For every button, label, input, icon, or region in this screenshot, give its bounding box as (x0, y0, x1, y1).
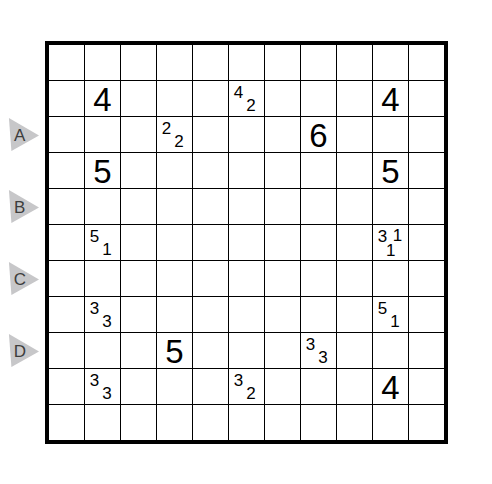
cell-r5c9[interactable] (337, 189, 372, 224)
cell-r6c5[interactable] (193, 225, 228, 260)
cell-r6c3[interactable] (121, 225, 156, 260)
cell-r5c1[interactable] (49, 189, 84, 224)
cell-r11c11[interactable] (409, 405, 444, 440)
cell-r7c7[interactable] (265, 261, 300, 296)
clue-value: 2 (246, 384, 255, 401)
row-marker-d: D (8, 334, 39, 367)
cell-r9c6[interactable] (229, 333, 264, 368)
cell-r2c3[interactable] (121, 81, 156, 116)
clue-value: 4 (381, 81, 399, 116)
clue-value: 1 (390, 312, 399, 329)
cell-r6c11[interactable] (409, 225, 444, 260)
cell-r2c1[interactable] (49, 81, 84, 116)
cell-r6c6[interactable] (229, 225, 264, 260)
cell-r1c8[interactable] (301, 45, 336, 80)
cell-r6c10[interactable]: 311 (373, 225, 408, 260)
cell-r9c10[interactable] (373, 333, 408, 368)
clue-value: 3 (102, 384, 111, 401)
cell-r11c2[interactable] (85, 405, 120, 440)
cell-r4c3[interactable] (121, 153, 156, 188)
cell-r2c5[interactable] (193, 81, 228, 116)
clue-value: 3 (90, 299, 99, 316)
clue-value: 3 (306, 335, 315, 352)
cell-r1c9[interactable] (337, 45, 372, 80)
cell-r4c7[interactable] (265, 153, 300, 188)
cell-r2c11[interactable] (409, 81, 444, 116)
cell-r7c10[interactable] (373, 261, 408, 296)
cell-r5c11[interactable] (409, 189, 444, 224)
cell-r4c10[interactable]: 5 (373, 153, 408, 188)
clue-value: 5 (378, 299, 387, 316)
cell-r3c8[interactable]: 6 (301, 117, 336, 152)
clue-value: 5 (90, 227, 99, 244)
clue-value: 4 (234, 83, 243, 100)
cell-r11c10[interactable] (373, 405, 408, 440)
cell-r4c4[interactable] (157, 153, 192, 188)
cell-r11c5[interactable] (193, 405, 228, 440)
cell-r2c2[interactable]: 4 (85, 81, 120, 116)
cell-r8c4[interactable] (157, 297, 192, 332)
cell-r5c6[interactable] (229, 189, 264, 224)
cell-r5c3[interactable] (121, 189, 156, 224)
cell-r6c9[interactable] (337, 225, 372, 260)
cell-r8c5[interactable] (193, 297, 228, 332)
cell-r1c2[interactable] (85, 45, 120, 80)
cell-r1c5[interactable] (193, 45, 228, 80)
clue-value: 2 (246, 96, 255, 113)
clue-value: 3 (318, 348, 327, 365)
cell-r9c1[interactable] (49, 333, 84, 368)
cell-r1c10[interactable] (373, 45, 408, 80)
cell-r11c1[interactable] (49, 405, 84, 440)
cell-r9c9[interactable] (337, 333, 372, 368)
cell-r8c9[interactable] (337, 297, 372, 332)
cell-r4c11[interactable] (409, 153, 444, 188)
clue-value: 4 (93, 81, 111, 116)
cell-r8c8[interactable] (301, 297, 336, 332)
cell-r9c4[interactable]: 5 (157, 333, 192, 368)
cell-r3c2[interactable] (85, 117, 120, 152)
board-grid: 44242265551311335153333324 (45, 41, 448, 444)
cell-r9c7[interactable] (265, 333, 300, 368)
cell-r10c2[interactable]: 33 (85, 369, 120, 404)
clue-value: 4 (381, 369, 399, 404)
cell-r8c7[interactable] (265, 297, 300, 332)
cell-r3c9[interactable] (337, 117, 372, 152)
cell-r5c2[interactable] (85, 189, 120, 224)
clue-value: 3 (234, 371, 243, 388)
cell-r8c1[interactable] (49, 297, 84, 332)
cell-r7c5[interactable] (193, 261, 228, 296)
cell-r3c10[interactable] (373, 117, 408, 152)
cell-r4c8[interactable] (301, 153, 336, 188)
cell-r7c4[interactable] (157, 261, 192, 296)
clue-value: 5 (93, 153, 111, 188)
clue-value: 5 (165, 333, 183, 368)
cell-r6c1[interactable] (49, 225, 84, 260)
row-marker-label: B (14, 198, 25, 215)
cell-r7c11[interactable] (409, 261, 444, 296)
cell-r4c1[interactable] (49, 153, 84, 188)
cell-r6c8[interactable] (301, 225, 336, 260)
clue-value: 2 (162, 119, 171, 136)
cell-r3c5[interactable] (193, 117, 228, 152)
cell-r11c4[interactable] (157, 405, 192, 440)
cell-r5c10[interactable] (373, 189, 408, 224)
cell-r2c9[interactable] (337, 81, 372, 116)
cell-r6c2[interactable]: 51 (85, 225, 120, 260)
cell-r11c7[interactable] (265, 405, 300, 440)
cell-r3c6[interactable] (229, 117, 264, 152)
cell-r8c3[interactable] (121, 297, 156, 332)
cell-r10c6[interactable]: 32 (229, 369, 264, 404)
cell-r3c4[interactable]: 22 (157, 117, 192, 152)
cell-r1c3[interactable] (121, 45, 156, 80)
cell-r8c11[interactable] (409, 297, 444, 332)
cell-r10c1[interactable] (49, 369, 84, 404)
cell-r10c11[interactable] (409, 369, 444, 404)
cell-r1c4[interactable] (157, 45, 192, 80)
cell-r7c9[interactable] (337, 261, 372, 296)
cell-r10c9[interactable] (337, 369, 372, 404)
cell-r1c7[interactable] (265, 45, 300, 80)
cell-r8c2[interactable]: 33 (85, 297, 120, 332)
cell-r10c10[interactable]: 4 (373, 369, 408, 404)
clue-value: 3 (90, 371, 99, 388)
cell-r3c1[interactable] (49, 117, 84, 152)
cell-r9c5[interactable] (193, 333, 228, 368)
cell-r11c6[interactable] (229, 405, 264, 440)
row-marker-b: B (8, 190, 39, 223)
cell-r10c4[interactable] (157, 369, 192, 404)
cell-r5c8[interactable] (301, 189, 336, 224)
cell-r6c4[interactable] (157, 225, 192, 260)
tapa-puzzle: ABCD 44242265551311335153333324 (0, 0, 492, 484)
cell-r2c8[interactable] (301, 81, 336, 116)
row-marker-a: A (8, 118, 39, 151)
cell-r2c6[interactable]: 42 (229, 81, 264, 116)
cell-r3c3[interactable] (121, 117, 156, 152)
cell-r1c1[interactable] (49, 45, 84, 80)
clue-value: 1 (102, 240, 111, 257)
cell-r2c7[interactable] (265, 81, 300, 116)
cell-r9c8[interactable]: 33 (301, 333, 336, 368)
cell-r1c6[interactable] (229, 45, 264, 80)
row-marker-label: D (14, 342, 26, 359)
row-marker-label: C (14, 270, 26, 287)
cell-r10c5[interactable] (193, 369, 228, 404)
cell-r9c3[interactable] (121, 333, 156, 368)
cell-r8c10[interactable]: 51 (373, 297, 408, 332)
cell-r9c11[interactable] (409, 333, 444, 368)
cell-r4c9[interactable] (337, 153, 372, 188)
cell-r3c11[interactable] (409, 117, 444, 152)
cell-r2c4[interactable] (157, 81, 192, 116)
cell-r10c8[interactable] (301, 369, 336, 404)
cell-r7c8[interactable] (301, 261, 336, 296)
clue-value: 1 (386, 241, 395, 258)
cell-r7c6[interactable] (229, 261, 264, 296)
cell-r4c6[interactable] (229, 153, 264, 188)
cell-r4c2[interactable]: 5 (85, 153, 120, 188)
cell-r10c7[interactable] (265, 369, 300, 404)
cell-r4c5[interactable] (193, 153, 228, 188)
clue-value: 3 (102, 312, 111, 329)
cell-r8c6[interactable] (229, 297, 264, 332)
cell-r11c8[interactable] (301, 405, 336, 440)
cell-r11c3[interactable] (121, 405, 156, 440)
cell-r5c5[interactable] (193, 189, 228, 224)
row-marker-c: C (8, 262, 39, 295)
cell-r7c3[interactable] (121, 261, 156, 296)
cell-r1c11[interactable] (409, 45, 444, 80)
cell-r9c2[interactable] (85, 333, 120, 368)
cell-r5c7[interactable] (265, 189, 300, 224)
cell-r7c2[interactable] (85, 261, 120, 296)
cell-r7c1[interactable] (49, 261, 84, 296)
cell-r6c7[interactable] (265, 225, 300, 260)
clue-value: 2 (174, 132, 183, 149)
cell-r3c7[interactable] (265, 117, 300, 152)
clue-value: 5 (381, 153, 399, 188)
row-marker-label: A (14, 126, 25, 143)
cell-r5c4[interactable] (157, 189, 192, 224)
cell-r2c10[interactable]: 4 (373, 81, 408, 116)
cell-r11c9[interactable] (337, 405, 372, 440)
cell-r10c3[interactable] (121, 369, 156, 404)
clue-value: 6 (309, 117, 327, 152)
